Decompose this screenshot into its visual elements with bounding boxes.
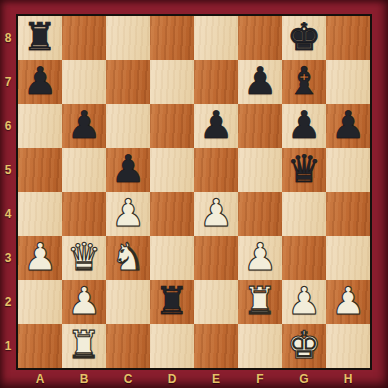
square-f7[interactable]: ♟ — [238, 60, 282, 104]
piece-black-pawn[interactable]: ♟ — [287, 106, 321, 144]
piece-white-pawn[interactable]: ♟ — [331, 282, 365, 320]
square-d7[interactable] — [150, 60, 194, 104]
piece-black-bishop[interactable]: ♝ — [287, 62, 321, 100]
square-d8[interactable] — [150, 16, 194, 60]
square-e1[interactable] — [194, 324, 238, 368]
file-label-a: A — [18, 370, 62, 387]
piece-white-king[interactable]: ♚ — [287, 326, 321, 364]
square-b3[interactable]: ♛ — [62, 236, 106, 280]
square-c3[interactable]: ♞ — [106, 236, 150, 280]
square-f3[interactable]: ♟ — [238, 236, 282, 280]
file-label-c: C — [106, 370, 150, 387]
square-h4[interactable] — [326, 192, 370, 236]
square-a5[interactable] — [18, 148, 62, 192]
chessboard-widget: ♜♚♟♟♝♟♟♟♟♟♛♟♟♟♛♞♟♟♜♜♟♟♜♚ 87654321 ABCDEF… — [0, 0, 388, 388]
piece-white-pawn[interactable]: ♟ — [111, 194, 145, 232]
square-a3[interactable]: ♟ — [18, 236, 62, 280]
piece-white-pawn[interactable]: ♟ — [23, 238, 57, 276]
square-a1[interactable] — [18, 324, 62, 368]
square-f1[interactable] — [238, 324, 282, 368]
file-label-e: E — [194, 370, 238, 387]
square-c6[interactable] — [106, 104, 150, 148]
square-f2[interactable]: ♜ — [238, 280, 282, 324]
square-b4[interactable] — [62, 192, 106, 236]
piece-black-pawn[interactable]: ♟ — [331, 106, 365, 144]
square-d2[interactable]: ♜ — [150, 280, 194, 324]
rank-label-2: 2 — [0, 280, 16, 324]
rank-label-7: 7 — [0, 60, 16, 104]
square-c2[interactable] — [106, 280, 150, 324]
square-d6[interactable] — [150, 104, 194, 148]
square-h1[interactable] — [326, 324, 370, 368]
rank-label-3: 3 — [0, 236, 16, 280]
rank-label-8: 8 — [0, 16, 16, 60]
square-d5[interactable] — [150, 148, 194, 192]
square-e7[interactable] — [194, 60, 238, 104]
file-label-g: G — [282, 370, 326, 387]
square-g7[interactable]: ♝ — [282, 60, 326, 104]
square-g8[interactable]: ♚ — [282, 16, 326, 60]
square-e3[interactable] — [194, 236, 238, 280]
square-f5[interactable] — [238, 148, 282, 192]
piece-black-rook[interactable]: ♜ — [155, 282, 189, 320]
file-label-d: D — [150, 370, 194, 387]
square-g4[interactable] — [282, 192, 326, 236]
square-a7[interactable]: ♟ — [18, 60, 62, 104]
piece-white-rook[interactable]: ♜ — [243, 282, 277, 320]
square-e4[interactable]: ♟ — [194, 192, 238, 236]
square-a8[interactable]: ♜ — [18, 16, 62, 60]
square-a6[interactable] — [18, 104, 62, 148]
square-h8[interactable] — [326, 16, 370, 60]
square-e6[interactable]: ♟ — [194, 104, 238, 148]
board: ♜♚♟♟♝♟♟♟♟♟♛♟♟♟♛♞♟♟♜♜♟♟♜♚ — [16, 14, 372, 370]
square-d4[interactable] — [150, 192, 194, 236]
file-label-h: H — [326, 370, 370, 387]
square-d1[interactable] — [150, 324, 194, 368]
rank-label-4: 4 — [0, 192, 16, 236]
rank-label-6: 6 — [0, 104, 16, 148]
square-g2[interactable]: ♟ — [282, 280, 326, 324]
square-b6[interactable]: ♟ — [62, 104, 106, 148]
piece-black-king[interactable]: ♚ — [287, 18, 321, 56]
square-b8[interactable] — [62, 16, 106, 60]
piece-white-pawn[interactable]: ♟ — [199, 194, 233, 232]
square-g3[interactable] — [282, 236, 326, 280]
square-e2[interactable] — [194, 280, 238, 324]
square-c1[interactable] — [106, 324, 150, 368]
square-h5[interactable] — [326, 148, 370, 192]
piece-black-pawn[interactable]: ♟ — [23, 62, 57, 100]
square-h2[interactable]: ♟ — [326, 280, 370, 324]
square-b5[interactable] — [62, 148, 106, 192]
square-h3[interactable] — [326, 236, 370, 280]
square-c7[interactable] — [106, 60, 150, 104]
square-e8[interactable] — [194, 16, 238, 60]
rank-label-1: 1 — [0, 324, 16, 368]
square-c4[interactable]: ♟ — [106, 192, 150, 236]
piece-white-rook[interactable]: ♜ — [67, 326, 101, 364]
piece-white-pawn[interactable]: ♟ — [67, 282, 101, 320]
square-h6[interactable]: ♟ — [326, 104, 370, 148]
square-c5[interactable]: ♟ — [106, 148, 150, 192]
file-label-b: B — [62, 370, 106, 387]
square-d3[interactable] — [150, 236, 194, 280]
square-f4[interactable] — [238, 192, 282, 236]
square-c8[interactable] — [106, 16, 150, 60]
square-e5[interactable] — [194, 148, 238, 192]
square-g1[interactable]: ♚ — [282, 324, 326, 368]
piece-black-pawn[interactable]: ♟ — [199, 106, 233, 144]
square-a4[interactable] — [18, 192, 62, 236]
piece-black-pawn[interactable]: ♟ — [243, 62, 277, 100]
piece-white-queen[interactable]: ♛ — [67, 238, 101, 276]
square-b1[interactable]: ♜ — [62, 324, 106, 368]
square-g5[interactable]: ♛ — [282, 148, 326, 192]
piece-black-pawn[interactable]: ♟ — [67, 106, 101, 144]
square-f8[interactable] — [238, 16, 282, 60]
piece-black-rook[interactable]: ♜ — [23, 18, 57, 56]
rank-label-5: 5 — [0, 148, 16, 192]
piece-black-queen[interactable]: ♛ — [287, 150, 321, 188]
square-b7[interactable] — [62, 60, 106, 104]
piece-white-pawn[interactable]: ♟ — [243, 238, 277, 276]
piece-black-pawn[interactable]: ♟ — [111, 150, 145, 188]
square-b2[interactable]: ♟ — [62, 280, 106, 324]
square-a2[interactable] — [18, 280, 62, 324]
piece-white-pawn[interactable]: ♟ — [287, 282, 321, 320]
square-g6[interactable]: ♟ — [282, 104, 326, 148]
piece-white-knight[interactable]: ♞ — [111, 238, 145, 276]
square-f6[interactable] — [238, 104, 282, 148]
square-h7[interactable] — [326, 60, 370, 104]
file-label-f: F — [238, 370, 282, 387]
